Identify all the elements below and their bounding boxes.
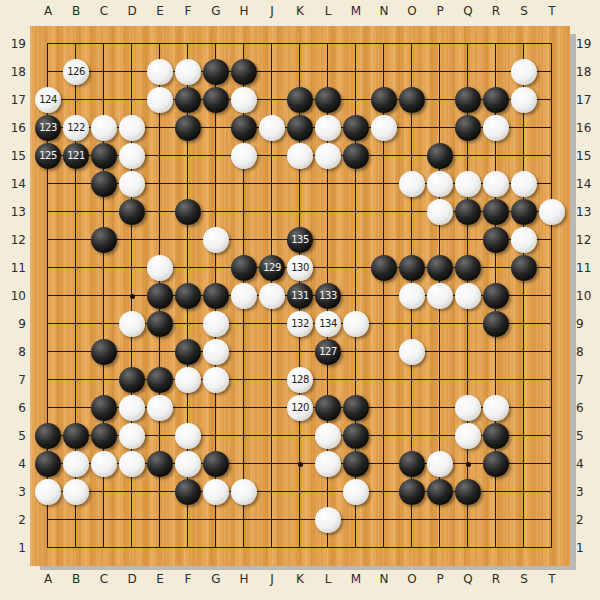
- row-label-8: 8: [0, 338, 26, 366]
- stone-white-D15[interactable]: [119, 143, 145, 169]
- stone-black-K10[interactable]: 131: [287, 283, 313, 309]
- column-label-N: N: [370, 572, 398, 586]
- row-label-2: 2: [576, 506, 600, 534]
- stone-black-A4[interactable]: [35, 451, 61, 477]
- column-label-C: C: [90, 4, 118, 18]
- goban-board[interactable]: 1261241231221251211351291301311331321341…: [30, 26, 570, 566]
- column-label-Q: Q: [454, 572, 482, 586]
- row-label-12: 12: [0, 226, 26, 254]
- move-number-label: 126: [67, 67, 85, 77]
- stone-white-E17[interactable]: [147, 87, 173, 113]
- stone-black-F13[interactable]: [175, 199, 201, 225]
- row-label-13: 13: [0, 198, 26, 226]
- column-label-P: P: [426, 4, 454, 18]
- column-labels-bottom: ABCDEFGHJKLMNOPQRST: [34, 572, 566, 586]
- row-label-4: 4: [576, 450, 600, 478]
- row-labels-right: 19181716151413121110987654321: [576, 30, 600, 562]
- star-point-K4: [298, 462, 303, 467]
- stone-white-L4[interactable]: [315, 451, 341, 477]
- column-label-O: O: [398, 572, 426, 586]
- move-number-label: 133: [319, 291, 337, 301]
- stone-black-M5[interactable]: [343, 423, 369, 449]
- stone-black-F16[interactable]: [175, 115, 201, 141]
- row-label-3: 3: [576, 478, 600, 506]
- stone-black-C6[interactable]: [91, 395, 117, 421]
- column-label-L: L: [314, 572, 342, 586]
- row-label-19: 19: [576, 30, 600, 58]
- stone-black-N17[interactable]: [371, 87, 397, 113]
- column-label-F: F: [174, 572, 202, 586]
- stone-black-R9[interactable]: [483, 311, 509, 337]
- stone-white-F18[interactable]: [175, 59, 201, 85]
- move-number-label: 135: [291, 235, 309, 245]
- stone-black-R12[interactable]: [483, 227, 509, 253]
- star-point-Q4: [466, 462, 471, 467]
- stone-white-R14[interactable]: [483, 171, 509, 197]
- stone-white-G3[interactable]: [203, 479, 229, 505]
- row-label-16: 16: [0, 114, 26, 142]
- row-label-1: 1: [0, 534, 26, 562]
- stone-white-M9[interactable]: [343, 311, 369, 337]
- column-label-C: C: [90, 572, 118, 586]
- stone-black-R10[interactable]: [483, 283, 509, 309]
- stone-black-G17[interactable]: [203, 87, 229, 113]
- row-label-15: 15: [0, 142, 26, 170]
- row-label-14: 14: [0, 170, 26, 198]
- row-label-8: 8: [576, 338, 600, 366]
- stone-white-F7[interactable]: [175, 367, 201, 393]
- row-label-19: 19: [0, 30, 26, 58]
- stone-black-O4[interactable]: [399, 451, 425, 477]
- stone-black-N11[interactable]: [371, 255, 397, 281]
- stone-black-Q16[interactable]: [455, 115, 481, 141]
- column-label-A: A: [34, 4, 62, 18]
- stone-white-N16[interactable]: [371, 115, 397, 141]
- stone-black-P11[interactable]: [427, 255, 453, 281]
- stone-black-P15[interactable]: [427, 143, 453, 169]
- stone-black-L17[interactable]: [315, 87, 341, 113]
- row-label-6: 6: [0, 394, 26, 422]
- stone-black-M16[interactable]: [343, 115, 369, 141]
- column-label-L: L: [314, 4, 342, 18]
- move-number-label: 128: [291, 375, 309, 385]
- column-label-A: A: [34, 572, 62, 586]
- stone-white-D5[interactable]: [119, 423, 145, 449]
- star-point-D10: [130, 294, 135, 299]
- move-number-label: 129: [263, 263, 281, 273]
- stone-white-G9[interactable]: [203, 311, 229, 337]
- stone-black-M6[interactable]: [343, 395, 369, 421]
- column-label-T: T: [538, 572, 566, 586]
- stone-black-F8[interactable]: [175, 339, 201, 365]
- stone-white-C4[interactable]: [91, 451, 117, 477]
- move-number-label: 131: [291, 291, 309, 301]
- stone-black-F17[interactable]: [175, 87, 201, 113]
- stone-white-E6[interactable]: [147, 395, 173, 421]
- row-label-18: 18: [0, 58, 26, 86]
- stone-white-Q6[interactable]: [455, 395, 481, 421]
- stone-black-C8[interactable]: [91, 339, 117, 365]
- stone-black-O11[interactable]: [399, 255, 425, 281]
- row-label-6: 6: [576, 394, 600, 422]
- stone-black-D13[interactable]: [119, 199, 145, 225]
- stone-black-M4[interactable]: [343, 451, 369, 477]
- column-label-B: B: [62, 4, 90, 18]
- stone-white-G8[interactable]: [203, 339, 229, 365]
- stone-black-B15[interactable]: 121: [63, 143, 89, 169]
- column-label-E: E: [146, 4, 174, 18]
- stone-white-P10[interactable]: [427, 283, 453, 309]
- stone-white-C16[interactable]: [91, 115, 117, 141]
- column-label-G: G: [202, 572, 230, 586]
- stone-white-L9[interactable]: 134: [315, 311, 341, 337]
- stone-white-O8[interactable]: [399, 339, 425, 365]
- row-label-7: 7: [576, 366, 600, 394]
- stone-black-A16[interactable]: 123: [35, 115, 61, 141]
- stone-white-R16[interactable]: [483, 115, 509, 141]
- stone-black-K12[interactable]: 135: [287, 227, 313, 253]
- stone-black-R17[interactable]: [483, 87, 509, 113]
- stone-white-H15[interactable]: [231, 143, 257, 169]
- stone-white-P13[interactable]: [427, 199, 453, 225]
- stone-white-L5[interactable]: [315, 423, 341, 449]
- column-label-P: P: [426, 572, 454, 586]
- stone-white-K7[interactable]: 128: [287, 367, 313, 393]
- stone-white-Q5[interactable]: [455, 423, 481, 449]
- move-number-label: 125: [39, 151, 57, 161]
- stone-white-B4[interactable]: [63, 451, 89, 477]
- column-label-Q: Q: [454, 4, 482, 18]
- column-label-G: G: [202, 4, 230, 18]
- move-number-label: 127: [319, 347, 337, 357]
- row-label-9: 9: [0, 310, 26, 338]
- stone-white-F4[interactable]: [175, 451, 201, 477]
- stone-white-D9[interactable]: [119, 311, 145, 337]
- row-label-2: 2: [0, 506, 26, 534]
- stone-white-B18[interactable]: 126: [63, 59, 89, 85]
- column-label-R: R: [482, 4, 510, 18]
- stone-black-H18[interactable]: [231, 59, 257, 85]
- stone-white-B16[interactable]: 122: [63, 115, 89, 141]
- stone-black-H11[interactable]: [231, 255, 257, 281]
- column-label-J: J: [258, 572, 286, 586]
- stone-black-C15[interactable]: [91, 143, 117, 169]
- stone-white-G7[interactable]: [203, 367, 229, 393]
- go-app: ABCDEFGHJKLMNOPQRST 19181716151413121110…: [0, 0, 600, 600]
- move-number-label: 132: [291, 319, 309, 329]
- stone-white-D4[interactable]: [119, 451, 145, 477]
- stone-white-O14[interactable]: [399, 171, 425, 197]
- stone-white-R6[interactable]: [483, 395, 509, 421]
- stone-black-G4[interactable]: [203, 451, 229, 477]
- stone-white-P14[interactable]: [427, 171, 453, 197]
- row-labels-left: 19181716151413121110987654321: [0, 30, 26, 562]
- row-label-7: 7: [0, 366, 26, 394]
- stone-white-K15[interactable]: [287, 143, 313, 169]
- stone-black-Q3[interactable]: [455, 479, 481, 505]
- column-label-F: F: [174, 4, 202, 18]
- move-number-label: 121: [67, 151, 85, 161]
- stone-black-F3[interactable]: [175, 479, 201, 505]
- stone-white-H3[interactable]: [231, 479, 257, 505]
- row-label-9: 9: [576, 310, 600, 338]
- row-label-3: 3: [0, 478, 26, 506]
- move-number-label: 123: [39, 123, 57, 133]
- row-label-17: 17: [576, 86, 600, 114]
- stone-black-K16[interactable]: [287, 115, 313, 141]
- stone-white-E11[interactable]: [147, 255, 173, 281]
- stone-black-O3[interactable]: [399, 479, 425, 505]
- stone-white-H17[interactable]: [231, 87, 257, 113]
- move-number-label: 120: [291, 403, 309, 413]
- stone-white-L15[interactable]: [315, 143, 341, 169]
- stone-black-R13[interactable]: [483, 199, 509, 225]
- row-label-13: 13: [576, 198, 600, 226]
- stone-white-H10[interactable]: [231, 283, 257, 309]
- stone-white-Q10[interactable]: [455, 283, 481, 309]
- stone-white-K11[interactable]: 130: [287, 255, 313, 281]
- row-label-15: 15: [576, 142, 600, 170]
- stone-white-L16[interactable]: [315, 115, 341, 141]
- stone-black-F10[interactable]: [175, 283, 201, 309]
- column-label-S: S: [510, 572, 538, 586]
- column-label-D: D: [118, 572, 146, 586]
- row-label-5: 5: [0, 422, 26, 450]
- move-number-label: 122: [67, 123, 85, 133]
- stone-black-L6[interactable]: [315, 395, 341, 421]
- stone-white-J10[interactable]: [259, 283, 285, 309]
- stone-white-K9[interactable]: 132: [287, 311, 313, 337]
- column-label-H: H: [230, 4, 258, 18]
- column-label-N: N: [370, 4, 398, 18]
- row-label-14: 14: [576, 170, 600, 198]
- stone-white-M3[interactable]: [343, 479, 369, 505]
- column-label-R: R: [482, 572, 510, 586]
- stone-black-Q11[interactable]: [455, 255, 481, 281]
- column-label-M: M: [342, 572, 370, 586]
- stone-black-S11[interactable]: [511, 255, 537, 281]
- stone-black-D7[interactable]: [119, 367, 145, 393]
- stone-white-O10[interactable]: [399, 283, 425, 309]
- row-label-11: 11: [0, 254, 26, 282]
- stone-black-A15[interactable]: 125: [35, 143, 61, 169]
- stone-black-A5[interactable]: [35, 423, 61, 449]
- stone-white-S18[interactable]: [511, 59, 537, 85]
- stone-black-R4[interactable]: [483, 451, 509, 477]
- stone-black-R5[interactable]: [483, 423, 509, 449]
- stone-white-S17[interactable]: [511, 87, 537, 113]
- stone-black-E9[interactable]: [147, 311, 173, 337]
- row-label-10: 10: [0, 282, 26, 310]
- stone-white-J16[interactable]: [259, 115, 285, 141]
- move-number-label: 130: [291, 263, 309, 273]
- stone-black-K17[interactable]: [287, 87, 313, 113]
- stone-black-S13[interactable]: [511, 199, 537, 225]
- stone-black-E7[interactable]: [147, 367, 173, 393]
- column-labels-top: ABCDEFGHJKLMNOPQRST: [34, 4, 566, 18]
- stone-white-G12[interactable]: [203, 227, 229, 253]
- column-label-J: J: [258, 4, 286, 18]
- row-label-4: 4: [0, 450, 26, 478]
- stone-black-L10[interactable]: 133: [315, 283, 341, 309]
- column-label-E: E: [146, 572, 174, 586]
- column-label-K: K: [286, 572, 314, 586]
- stone-black-C14[interactable]: [91, 171, 117, 197]
- row-label-12: 12: [576, 226, 600, 254]
- stone-black-C5[interactable]: [91, 423, 117, 449]
- column-label-O: O: [398, 4, 426, 18]
- stone-white-L2[interactable]: [315, 507, 341, 533]
- stone-white-P4[interactable]: [427, 451, 453, 477]
- stone-black-J11[interactable]: 129: [259, 255, 285, 281]
- stone-black-M15[interactable]: [343, 143, 369, 169]
- stone-black-C12[interactable]: [91, 227, 117, 253]
- stone-white-D16[interactable]: [119, 115, 145, 141]
- stone-black-H16[interactable]: [231, 115, 257, 141]
- stone-black-E10[interactable]: [147, 283, 173, 309]
- stone-black-E4[interactable]: [147, 451, 173, 477]
- stone-black-O17[interactable]: [399, 87, 425, 113]
- stone-white-D6[interactable]: [119, 395, 145, 421]
- stone-black-P3[interactable]: [427, 479, 453, 505]
- stone-black-G10[interactable]: [203, 283, 229, 309]
- row-label-18: 18: [576, 58, 600, 86]
- column-label-M: M: [342, 4, 370, 18]
- stone-black-Q13[interactable]: [455, 199, 481, 225]
- stone-white-K6[interactable]: 120: [287, 395, 313, 421]
- column-label-H: H: [230, 572, 258, 586]
- column-label-K: K: [286, 4, 314, 18]
- stone-white-A3[interactable]: [35, 479, 61, 505]
- row-label-10: 10: [576, 282, 600, 310]
- stone-white-Q14[interactable]: [455, 171, 481, 197]
- row-label-17: 17: [0, 86, 26, 114]
- stone-white-A17[interactable]: 124: [35, 87, 61, 113]
- move-number-label: 134: [319, 319, 337, 329]
- stone-white-D14[interactable]: [119, 171, 145, 197]
- column-label-T: T: [538, 4, 566, 18]
- row-label-5: 5: [576, 422, 600, 450]
- move-number-label: 124: [39, 95, 57, 105]
- column-label-D: D: [118, 4, 146, 18]
- column-label-S: S: [510, 4, 538, 18]
- row-label-16: 16: [576, 114, 600, 142]
- row-label-1: 1: [576, 534, 600, 562]
- stone-white-S12[interactable]: [511, 227, 537, 253]
- stone-black-L8[interactable]: 127: [315, 339, 341, 365]
- stone-black-Q17[interactable]: [455, 87, 481, 113]
- row-label-11: 11: [576, 254, 600, 282]
- stone-black-G18[interactable]: [203, 59, 229, 85]
- column-label-B: B: [62, 572, 90, 586]
- stone-white-E18[interactable]: [147, 59, 173, 85]
- stone-white-B3[interactable]: [63, 479, 89, 505]
- stone-white-F5[interactable]: [175, 423, 201, 449]
- stone-white-T13[interactable]: [539, 199, 565, 225]
- stone-white-S14[interactable]: [511, 171, 537, 197]
- stone-black-B5[interactable]: [63, 423, 89, 449]
